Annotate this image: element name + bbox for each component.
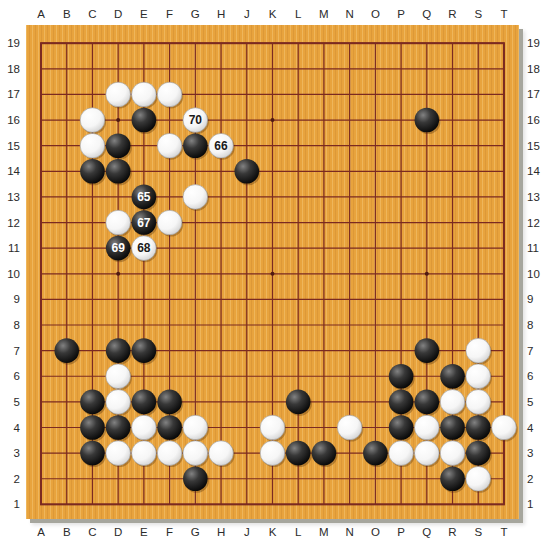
black-stone bbox=[106, 159, 131, 184]
column-label-bottom: R bbox=[448, 526, 456, 538]
row-label-right: 7 bbox=[527, 345, 533, 357]
white-stone bbox=[415, 441, 440, 466]
white-stone bbox=[106, 441, 131, 466]
column-label-bottom: K bbox=[269, 526, 277, 538]
white-stone bbox=[183, 415, 208, 440]
white-stone bbox=[132, 82, 157, 107]
row-label-right: 5 bbox=[527, 396, 533, 408]
white-stone bbox=[415, 415, 440, 440]
black-stone bbox=[440, 415, 465, 440]
column-label-top: L bbox=[295, 8, 302, 20]
row-label-left: 5 bbox=[14, 396, 20, 408]
row-label-right: 8 bbox=[527, 319, 533, 331]
row-label-left: 15 bbox=[7, 140, 20, 152]
black-stone bbox=[286, 441, 311, 466]
black-stone bbox=[132, 108, 157, 133]
column-label-bottom: T bbox=[500, 526, 507, 538]
column-label-bottom: J bbox=[244, 526, 250, 538]
black-stone bbox=[80, 415, 105, 440]
row-label-right: 15 bbox=[527, 140, 540, 152]
row-label-right: 13 bbox=[527, 191, 540, 203]
black-stone bbox=[80, 390, 105, 415]
row-label-right: 17 bbox=[527, 88, 540, 100]
black-stone bbox=[183, 466, 208, 491]
column-label-bottom: B bbox=[63, 526, 71, 538]
white-stone bbox=[157, 210, 182, 235]
black-stone bbox=[415, 390, 440, 415]
column-label-top: H bbox=[217, 8, 225, 20]
row-label-right: 18 bbox=[527, 63, 540, 75]
white-stone bbox=[389, 441, 414, 466]
column-label-top: O bbox=[371, 8, 380, 20]
column-label-bottom: Q bbox=[422, 526, 431, 538]
column-label-top: F bbox=[166, 8, 173, 20]
column-label-bottom: F bbox=[166, 526, 173, 538]
white-stone bbox=[466, 364, 491, 389]
white-stone bbox=[466, 466, 491, 491]
white-stone bbox=[440, 390, 465, 415]
move-number: 65 bbox=[137, 190, 151, 204]
row-label-right: 9 bbox=[527, 293, 533, 305]
column-label-bottom: L bbox=[295, 526, 302, 538]
column-label-top: P bbox=[397, 8, 405, 20]
black-stone bbox=[466, 415, 491, 440]
black-stone bbox=[415, 338, 440, 363]
column-label-bottom: M bbox=[319, 526, 329, 538]
black-stone bbox=[80, 159, 105, 184]
stones bbox=[54, 82, 517, 493]
row-label-right: 2 bbox=[527, 473, 533, 485]
row-label-right: 11 bbox=[527, 242, 539, 254]
column-label-top: J bbox=[244, 8, 250, 20]
column-label-bottom: H bbox=[217, 526, 225, 538]
column-label-top: E bbox=[140, 8, 148, 20]
column-label-top: K bbox=[269, 8, 277, 20]
column-label-top: T bbox=[500, 8, 507, 20]
black-stone bbox=[106, 133, 131, 158]
black-stone bbox=[132, 338, 157, 363]
row-label-left: 17 bbox=[7, 88, 20, 100]
black-stone bbox=[183, 133, 208, 158]
white-stone bbox=[157, 82, 182, 107]
white-stone bbox=[260, 441, 285, 466]
black-stone bbox=[440, 466, 465, 491]
white-stone bbox=[106, 390, 131, 415]
black-stone bbox=[312, 441, 337, 466]
white-stone bbox=[337, 415, 362, 440]
row-label-right: 14 bbox=[527, 165, 540, 177]
star-point bbox=[116, 118, 120, 122]
star-point bbox=[116, 272, 120, 276]
black-stone bbox=[106, 338, 131, 363]
white-stone bbox=[440, 441, 465, 466]
black-stone bbox=[106, 415, 131, 440]
column-label-bottom: S bbox=[474, 526, 482, 538]
white-stone bbox=[466, 390, 491, 415]
column-label-top: N bbox=[345, 8, 353, 20]
column-label-top: M bbox=[319, 8, 329, 20]
white-stone bbox=[260, 415, 285, 440]
row-label-right: 16 bbox=[527, 114, 540, 126]
star-point bbox=[425, 272, 429, 276]
white-stone bbox=[106, 364, 131, 389]
white-stone bbox=[106, 210, 131, 235]
row-label-left: 8 bbox=[14, 319, 20, 331]
black-stone bbox=[157, 415, 182, 440]
black-stone bbox=[389, 364, 414, 389]
row-label-right: 19 bbox=[527, 37, 540, 49]
row-label-left: 11 bbox=[8, 242, 20, 254]
black-stone bbox=[440, 364, 465, 389]
white-stone bbox=[157, 133, 182, 158]
move-number: 68 bbox=[137, 241, 151, 255]
column-label-bottom: D bbox=[114, 526, 122, 538]
row-label-right: 6 bbox=[527, 370, 533, 382]
go-diagram: AABBCCDDEEFFGGHHJJKKLLMMNNOOPPQQRRSSTT19… bbox=[0, 0, 550, 550]
board-svg: AABBCCDDEEFFGGHHJJKKLLMMNNOOPPQQRRSSTT19… bbox=[0, 0, 550, 550]
row-label-right: 1 bbox=[527, 498, 533, 510]
column-label-bottom: O bbox=[371, 526, 380, 538]
column-label-bottom: N bbox=[345, 526, 353, 538]
column-label-top: C bbox=[88, 8, 96, 20]
white-stone bbox=[209, 441, 234, 466]
row-label-left: 16 bbox=[7, 114, 20, 126]
row-label-left: 6 bbox=[14, 370, 20, 382]
star-point bbox=[270, 272, 274, 276]
row-label-left: 19 bbox=[7, 37, 20, 49]
row-label-left: 4 bbox=[14, 422, 21, 434]
move-number: 67 bbox=[137, 216, 151, 230]
row-label-left: 7 bbox=[14, 345, 20, 357]
column-label-top: A bbox=[37, 8, 45, 20]
column-label-top: G bbox=[191, 8, 200, 20]
column-label-bottom: A bbox=[37, 526, 45, 538]
black-stone bbox=[80, 441, 105, 466]
row-label-left: 18 bbox=[7, 63, 20, 75]
row-label-left: 13 bbox=[7, 191, 20, 203]
white-stone bbox=[132, 441, 157, 466]
column-label-bottom: P bbox=[397, 526, 405, 538]
row-label-left: 3 bbox=[14, 447, 20, 459]
column-label-top: R bbox=[448, 8, 456, 20]
black-stone bbox=[389, 415, 414, 440]
column-label-top: D bbox=[114, 8, 122, 20]
white-stone bbox=[183, 185, 208, 210]
black-stone bbox=[54, 338, 79, 363]
black-stone bbox=[286, 390, 311, 415]
black-stone bbox=[415, 108, 440, 133]
row-label-left: 2 bbox=[14, 473, 20, 485]
white-stone bbox=[106, 82, 131, 107]
move-number: 70 bbox=[189, 113, 203, 127]
row-label-left: 10 bbox=[7, 268, 20, 280]
white-stone bbox=[80, 133, 105, 158]
row-label-right: 4 bbox=[527, 422, 534, 434]
column-label-top: S bbox=[474, 8, 482, 20]
column-label-bottom: E bbox=[140, 526, 148, 538]
column-label-top: Q bbox=[422, 8, 431, 20]
white-stone bbox=[492, 415, 517, 440]
black-stone bbox=[466, 441, 491, 466]
row-label-left: 14 bbox=[7, 165, 20, 177]
star-point bbox=[270, 118, 274, 122]
row-label-right: 3 bbox=[527, 447, 533, 459]
row-label-right: 12 bbox=[527, 217, 540, 229]
move-number: 69 bbox=[111, 241, 125, 255]
white-stone bbox=[80, 108, 105, 133]
column-label-bottom: C bbox=[88, 526, 96, 538]
row-label-left: 9 bbox=[14, 293, 20, 305]
row-label-left: 1 bbox=[14, 498, 20, 510]
column-label-top: B bbox=[63, 8, 71, 20]
row-label-right: 10 bbox=[527, 268, 540, 280]
white-stone bbox=[157, 441, 182, 466]
white-stone bbox=[132, 415, 157, 440]
move-number: 66 bbox=[214, 139, 228, 153]
black-stone bbox=[363, 441, 388, 466]
white-stone bbox=[183, 441, 208, 466]
row-label-left: 12 bbox=[7, 217, 20, 229]
black-stone bbox=[234, 159, 259, 184]
black-stone bbox=[132, 390, 157, 415]
white-stone bbox=[466, 338, 491, 363]
column-label-bottom: G bbox=[191, 526, 200, 538]
black-stone bbox=[389, 390, 414, 415]
black-stone bbox=[157, 390, 182, 415]
